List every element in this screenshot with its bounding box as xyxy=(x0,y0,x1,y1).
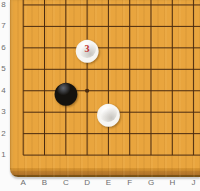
board-surface[interactable] xyxy=(10,0,200,177)
black-stone-glyph: ● xyxy=(53,81,79,103)
row-label-7: 7 xyxy=(1,22,5,30)
white-stone-D6[interactable]: ●3 xyxy=(76,38,98,60)
column-label-G: G xyxy=(148,179,154,187)
column-label-J: J xyxy=(192,179,196,187)
column-label-H: H xyxy=(169,179,175,187)
go-board-diagram: 87654321 ABCDEFGHJ ●●●3 xyxy=(0,0,200,191)
white-stone-E3[interactable]: ● xyxy=(97,102,119,124)
row-label-1: 1 xyxy=(1,151,5,159)
row-label-6: 6 xyxy=(1,44,5,52)
black-stone-C4[interactable]: ● xyxy=(55,81,77,103)
column-label-C: C xyxy=(63,179,69,187)
column-label-F: F xyxy=(127,179,132,187)
row-label-4: 4 xyxy=(1,87,5,95)
white-stone-glyph: ● xyxy=(95,102,121,124)
row-label-5: 5 xyxy=(1,65,5,73)
row-label-3: 3 xyxy=(1,108,5,116)
column-label-E: E xyxy=(106,179,111,187)
row-label-2: 2 xyxy=(1,130,5,138)
column-label-D: D xyxy=(84,179,90,187)
column-label-A: A xyxy=(21,179,26,187)
column-label-B: B xyxy=(42,179,47,187)
row-label-8: 8 xyxy=(1,1,5,9)
move-number-label: 3 xyxy=(85,43,90,54)
